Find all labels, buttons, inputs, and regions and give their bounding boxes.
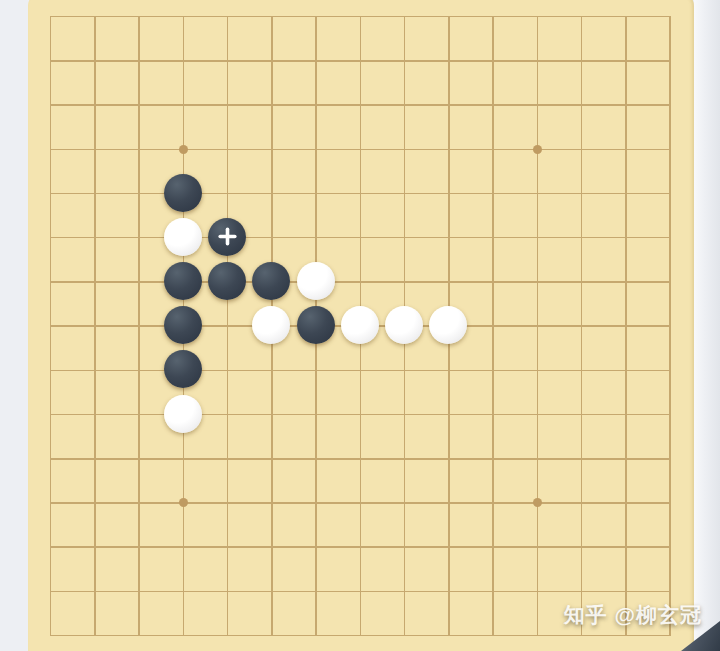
go-board: [28, 0, 694, 651]
white-stone: [252, 306, 290, 344]
black-stone-last-move: [208, 218, 246, 256]
white-stone: [341, 306, 379, 344]
watermark: 知乎 @柳玄冠: [564, 601, 702, 629]
white-stone: [297, 262, 335, 300]
black-stone: [252, 262, 290, 300]
black-stone: [164, 306, 202, 344]
white-stone: [385, 306, 423, 344]
screen: 知乎 @柳玄冠: [0, 0, 720, 651]
crosshair-cursor-icon: [218, 227, 237, 246]
board-intersections[interactable]: [28, 0, 692, 651]
black-stone: [208, 262, 246, 300]
page-gutter-right: [694, 0, 720, 651]
white-stone: [164, 395, 202, 433]
black-stone: [297, 306, 335, 344]
white-stone: [429, 306, 467, 344]
black-stone: [164, 174, 202, 212]
black-stone: [164, 262, 202, 300]
white-stone: [164, 218, 202, 256]
black-stone: [164, 350, 202, 388]
